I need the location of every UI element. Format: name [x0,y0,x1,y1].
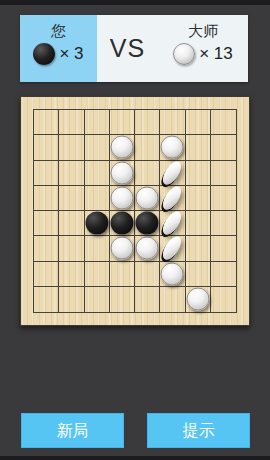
flipping-disc [160,158,185,187]
board-cell[interactable] [135,135,160,160]
board-cell[interactable] [211,186,236,211]
board-cell[interactable] [186,262,211,287]
flipping-disc [160,183,185,212]
board-cell[interactable] [110,135,135,160]
flipping-disc [160,209,185,238]
board-cell[interactable] [160,110,185,135]
white-disc [136,237,159,260]
board-cell[interactable] [186,110,211,135]
board-cell[interactable] [110,110,135,135]
board-cell[interactable] [211,262,236,287]
board-cell[interactable] [110,287,135,312]
vs-label: VS [110,34,145,63]
new-game-button[interactable]: 新局 [21,413,124,448]
white-disc [161,136,184,159]
board-grid [33,109,237,313]
board-cell[interactable] [110,262,135,287]
scoreboard: 您 × 3 VS 大师 × 13 [20,15,248,82]
white-disc [110,136,133,159]
board-cell[interactable] [85,135,110,160]
board-cell[interactable] [211,161,236,186]
status-strip-bottom [0,456,270,460]
board-cell[interactable] [186,161,211,186]
board-cell[interactable] [135,287,160,312]
player-master-score: × 13 [173,43,233,65]
board-cell[interactable] [59,262,84,287]
vs-panel: VS [97,15,158,82]
board-cell[interactable] [160,186,185,211]
white-disc [110,186,133,209]
board-cell[interactable] [34,161,59,186]
board-cell[interactable] [110,211,135,236]
board-cell[interactable] [59,135,84,160]
board-cell[interactable] [59,161,84,186]
flipping-disc [160,234,185,263]
black-disc [85,212,108,235]
board-cell[interactable] [34,110,59,135]
player-master-name: 大师 [188,22,218,39]
board-cell[interactable] [34,236,59,261]
board-cell[interactable] [186,236,211,261]
white-disc [136,186,159,209]
hint-button[interactable]: 提示 [147,413,250,448]
player-you-name: 您 [51,22,66,39]
board-cell[interactable] [211,236,236,261]
board-cell[interactable] [160,262,185,287]
white-disc [186,288,209,311]
player-you-score: × 3 [33,43,83,65]
board-cell[interactable] [59,186,84,211]
white-disc [110,161,133,184]
board-cell[interactable] [59,110,84,135]
board-cell[interactable] [186,186,211,211]
board-cell[interactable] [160,135,185,160]
board-cell[interactable] [135,161,160,186]
board-cell[interactable] [34,211,59,236]
board-cell[interactable] [160,211,185,236]
board-cell[interactable] [85,211,110,236]
white-disc-icon [173,43,195,65]
board-cell[interactable] [135,211,160,236]
board-cell[interactable] [85,110,110,135]
board-cell[interactable] [160,236,185,261]
board-cell[interactable] [135,262,160,287]
board-cell[interactable] [110,161,135,186]
board-cell[interactable] [59,236,84,261]
board-cell[interactable] [211,135,236,160]
board-cell[interactable] [135,110,160,135]
board-cell[interactable] [85,161,110,186]
board-cell[interactable] [34,287,59,312]
board-cell[interactable] [186,287,211,312]
player-you-panel: 您 × 3 [20,15,97,82]
board-cell[interactable] [85,287,110,312]
board-cell[interactable] [34,262,59,287]
board-cell[interactable] [34,186,59,211]
status-strip-top [0,0,270,5]
board-cell[interactable] [211,110,236,135]
board-cell[interactable] [85,186,110,211]
board-cell[interactable] [135,186,160,211]
black-disc [136,212,159,235]
board-cell[interactable] [110,186,135,211]
board-cell[interactable] [85,262,110,287]
board-cell[interactable] [186,211,211,236]
board-cell[interactable] [59,211,84,236]
board-cell[interactable] [135,236,160,261]
white-disc [110,237,133,260]
board-cell[interactable] [59,287,84,312]
board-cell[interactable] [34,135,59,160]
player-master-count: × 13 [199,44,233,64]
board-cell[interactable] [211,211,236,236]
player-master-panel: 大师 × 13 [158,15,248,82]
player-you-count: × 3 [59,44,83,64]
board-cell[interactable] [160,161,185,186]
board-cell[interactable] [186,135,211,160]
board-cell[interactable] [211,287,236,312]
white-disc [161,262,184,285]
board-cell[interactable] [110,236,135,261]
board-cell[interactable] [85,236,110,261]
black-disc-icon [33,43,55,65]
board-cell[interactable] [160,287,185,312]
black-disc [110,212,133,235]
game-board [20,96,250,326]
